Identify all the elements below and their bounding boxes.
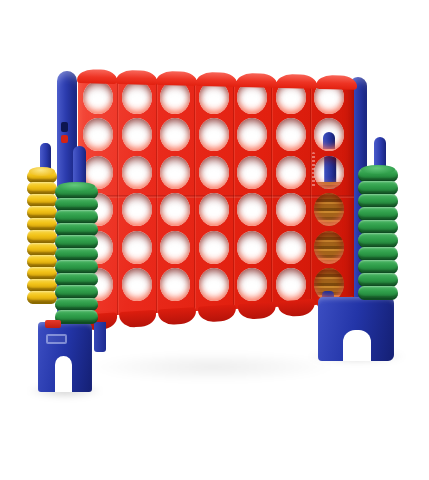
board-cell-r2c1 xyxy=(83,118,113,151)
game-disc-green xyxy=(358,247,398,261)
board-cell-r2c2 xyxy=(122,118,152,151)
board-cell-r2c5 xyxy=(237,118,267,151)
edge-bump xyxy=(276,74,317,89)
leg-left xyxy=(38,322,92,392)
board-cell-r4c5 xyxy=(237,193,267,226)
hole-rim xyxy=(160,118,190,151)
leg-left-arch-cutout xyxy=(55,356,72,392)
leg-red-latch xyxy=(45,320,61,328)
brand-plate xyxy=(46,334,67,344)
board-cell-r1c1 xyxy=(83,81,113,114)
hole-rim xyxy=(122,268,152,301)
hole-rim xyxy=(199,268,229,301)
game-disc-green xyxy=(55,260,98,274)
hole-rim xyxy=(199,193,229,226)
board-cell-r2c6 xyxy=(276,118,306,151)
game-disc-green xyxy=(358,233,398,247)
game-disc-green xyxy=(358,168,398,182)
game-disc-green xyxy=(55,285,98,299)
game-disc-yellow xyxy=(27,230,57,243)
edge-bump xyxy=(119,310,158,329)
disc-stack-yellow-left xyxy=(27,171,57,304)
edge-bump xyxy=(116,70,157,85)
column-seam xyxy=(117,77,118,317)
board-cell-r6c3 xyxy=(160,268,190,301)
board-cell-r2c7 xyxy=(314,118,344,151)
hole-rim xyxy=(122,193,152,226)
edge-bump xyxy=(316,75,357,90)
hole-rim xyxy=(276,156,306,189)
edge-bump xyxy=(236,73,277,88)
edge-bump xyxy=(156,71,197,86)
board-cell-r5c4 xyxy=(199,231,229,264)
board-cell-r3c5 xyxy=(237,156,267,189)
column-seam xyxy=(156,77,157,317)
disc-stack-green-left xyxy=(55,186,98,324)
post-slot xyxy=(61,122,68,132)
hole-rim xyxy=(237,193,267,226)
board-cell-r3c2 xyxy=(122,156,152,189)
game-disc-green xyxy=(358,260,398,274)
board-cell-r1c2 xyxy=(122,81,152,114)
game-disc-green xyxy=(55,273,98,287)
board-cell-r3c4 xyxy=(199,156,229,189)
game-disc-green xyxy=(55,235,98,249)
game-disc-green xyxy=(55,210,98,224)
game-disc-yellow xyxy=(27,255,57,268)
board-cell-r2c3 xyxy=(160,118,190,151)
post-red-pin xyxy=(61,135,68,143)
hole-rim xyxy=(160,193,190,226)
edge-bump xyxy=(158,307,197,326)
board-cell-r5c6 xyxy=(276,231,306,264)
hole-rim xyxy=(122,156,152,189)
game-disc-green xyxy=(358,194,398,208)
hole-rim xyxy=(314,156,344,189)
product-photo-giant-connect-four xyxy=(0,0,429,480)
game-disc-green xyxy=(358,181,398,195)
column-seam xyxy=(194,77,195,317)
floor-shadow-broad xyxy=(88,352,338,382)
hole-rim xyxy=(83,118,113,151)
disc-holder-pole-base xyxy=(94,322,106,352)
hole-rim xyxy=(314,118,344,151)
disc-stack-green-right xyxy=(358,169,398,300)
hole-rim xyxy=(276,231,306,264)
board-cell-r5c7 xyxy=(314,231,344,264)
edge-bump xyxy=(77,69,118,84)
game-disc-green xyxy=(358,286,398,300)
hole-rim xyxy=(276,193,306,226)
hole-rim xyxy=(276,268,306,301)
edge-bump xyxy=(238,302,277,321)
hole-rim xyxy=(122,81,152,114)
hole-rim xyxy=(160,231,190,264)
hole-rim xyxy=(237,156,267,189)
hole-rim xyxy=(83,81,113,114)
hole-rim xyxy=(199,156,229,189)
hole-rim xyxy=(122,231,152,264)
game-disc-green xyxy=(55,223,98,237)
board-cell-r5c2 xyxy=(122,231,152,264)
game-disc-green xyxy=(55,198,98,212)
game-disc-green xyxy=(358,207,398,221)
column-seam xyxy=(233,77,234,317)
hole-rim xyxy=(237,231,267,264)
hole-rim xyxy=(160,156,190,189)
game-disc-green xyxy=(358,220,398,234)
game-disc-green xyxy=(55,298,98,312)
game-disc-green xyxy=(55,248,98,262)
edge-bump xyxy=(198,304,237,323)
game-disc-yellow xyxy=(27,267,57,280)
board-cell-r4c7 xyxy=(314,193,344,226)
edge-bump xyxy=(277,299,316,318)
game-disc-green xyxy=(358,273,398,287)
game-disc-yellow xyxy=(27,291,57,304)
board-cell-r4c4 xyxy=(199,193,229,226)
board-cell-r2c4 xyxy=(199,118,229,151)
column-seam xyxy=(310,77,311,317)
board-cell-r3c3 xyxy=(160,156,190,189)
column-seam xyxy=(271,77,272,317)
board-cell-r6c5 xyxy=(237,268,267,301)
board-cell-r4c3 xyxy=(160,193,190,226)
game-disc-yellow xyxy=(27,279,57,292)
hole-rim xyxy=(122,118,152,151)
hole-rim xyxy=(199,231,229,264)
hole-rim xyxy=(314,193,344,226)
game-disc-yellow xyxy=(27,243,57,256)
board-rack xyxy=(78,77,354,317)
board-cell-r6c2 xyxy=(122,268,152,301)
leg-right-arch-cutout xyxy=(343,330,371,361)
hole-rim xyxy=(276,118,306,151)
board-cell-r6c6 xyxy=(276,268,306,301)
hole-rim xyxy=(237,268,267,301)
board-cell-r6c4 xyxy=(199,268,229,301)
board-cell-r5c5 xyxy=(237,231,267,264)
hole-rim xyxy=(314,231,344,264)
game-disc-green xyxy=(55,310,98,324)
game-disc-green xyxy=(55,185,98,199)
board-cell-r3c6 xyxy=(276,156,306,189)
board-cell-r3c7 xyxy=(314,156,344,189)
hole-rim xyxy=(237,118,267,151)
board-cell-r4c6 xyxy=(276,193,306,226)
board-cell-r4c2 xyxy=(122,193,152,226)
hole-rim xyxy=(199,118,229,151)
leg-right xyxy=(318,297,394,361)
board-cell-r5c3 xyxy=(160,231,190,264)
hole-rim xyxy=(160,268,190,301)
edge-bump xyxy=(196,72,237,87)
